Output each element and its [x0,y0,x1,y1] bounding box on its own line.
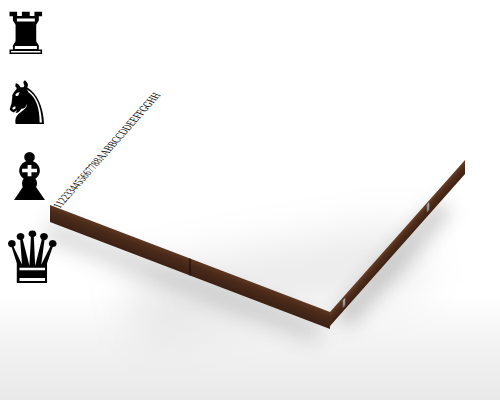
fold-seam-notch [189,258,190,276]
piece-light-rook[interactable]: ♜ [0,0,500,68]
rook-glyph: ♜ [0,2,52,67]
floor-surface [0,295,500,400]
clasp-pin-near-f [427,201,429,213]
clasp-pin-near-a [343,297,345,309]
chess-set-photo: 1122334455667788AABBCCDDEEFFGGHH ♜♞♝♛♚♝♞… [0,0,500,400]
knight-glyph: ♞ [0,71,54,137]
queen-glyph: ♛ [0,219,65,299]
